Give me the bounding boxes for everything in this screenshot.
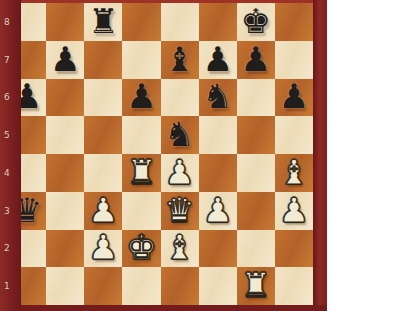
square-b8[interactable] — [46, 3, 84, 41]
square-e1[interactable] — [161, 267, 199, 305]
chess-board: ♜♚♟♝♟♟♟♟♞♟♞♜♟♝♛♟♛♟♟♟♚♝♜ 87654321 — [0, 0, 327, 311]
square-c8[interactable]: ♜ — [84, 3, 122, 41]
square-d5[interactable] — [122, 116, 160, 154]
square-e8[interactable] — [161, 3, 199, 41]
square-f4[interactable] — [199, 154, 237, 192]
board-frame-left: 87654321 — [0, 0, 21, 311]
piece-black-king-g8[interactable]: ♚ — [241, 4, 271, 38]
square-d4[interactable]: ♜ — [122, 154, 160, 192]
square-d6[interactable]: ♟ — [122, 79, 160, 117]
rank-label-3: 3 — [0, 192, 21, 230]
piece-white-bishop-e2[interactable]: ♝ — [164, 230, 194, 264]
square-g1[interactable]: ♜ — [237, 267, 275, 305]
square-g8[interactable]: ♚ — [237, 3, 275, 41]
square-b1[interactable] — [46, 267, 84, 305]
piece-white-rook-g1[interactable]: ♜ — [241, 268, 271, 302]
square-c2[interactable]: ♟ — [84, 230, 122, 268]
square-c1[interactable] — [84, 267, 122, 305]
piece-black-pawn-f7[interactable]: ♟ — [202, 42, 232, 76]
piece-black-pawn-b7[interactable]: ♟ — [50, 42, 80, 76]
piece-black-rook-c8[interactable]: ♜ — [88, 4, 118, 38]
square-h2[interactable] — [275, 230, 313, 268]
square-f8[interactable] — [199, 3, 237, 41]
piece-white-pawn-c3[interactable]: ♟ — [88, 193, 118, 227]
piece-black-pawn-g7[interactable]: ♟ — [241, 42, 271, 76]
rank-label-5: 5 — [0, 116, 21, 154]
piece-black-pawn-d6[interactable]: ♟ — [126, 79, 156, 113]
square-h4[interactable]: ♝ — [275, 154, 313, 192]
board-frame-top — [0, 0, 327, 3]
square-h1[interactable] — [275, 267, 313, 305]
piece-white-rook-d4[interactable]: ♜ — [126, 155, 156, 189]
square-g5[interactable] — [237, 116, 275, 154]
square-e5[interactable]: ♞ — [161, 116, 199, 154]
square-h8[interactable] — [275, 3, 313, 41]
square-b2[interactable] — [46, 230, 84, 268]
square-e2[interactable]: ♝ — [161, 230, 199, 268]
square-g4[interactable] — [237, 154, 275, 192]
square-f7[interactable]: ♟ — [199, 41, 237, 79]
square-b3[interactable] — [46, 192, 84, 230]
square-f2[interactable] — [199, 230, 237, 268]
piece-white-pawn-h3[interactable]: ♟ — [279, 193, 309, 227]
square-b4[interactable] — [46, 154, 84, 192]
piece-white-bishop-h4[interactable]: ♝ — [279, 155, 309, 189]
square-c5[interactable] — [84, 116, 122, 154]
square-c7[interactable] — [84, 41, 122, 79]
square-c4[interactable] — [84, 154, 122, 192]
square-d2[interactable]: ♚ — [122, 230, 160, 268]
rank-labels: 87654321 — [0, 3, 21, 305]
square-g7[interactable]: ♟ — [237, 41, 275, 79]
piece-white-pawn-e4[interactable]: ♟ — [164, 155, 194, 189]
rank-label-2: 2 — [0, 230, 21, 268]
rank-label-6: 6 — [0, 79, 21, 117]
piece-black-pawn-h6[interactable]: ♟ — [279, 79, 309, 113]
square-e6[interactable] — [161, 79, 199, 117]
square-b7[interactable]: ♟ — [46, 41, 84, 79]
square-g2[interactable] — [237, 230, 275, 268]
piece-black-knight-f6[interactable]: ♞ — [202, 79, 232, 113]
piece-white-pawn-f3[interactable]: ♟ — [202, 193, 232, 227]
square-f5[interactable] — [199, 116, 237, 154]
rank-label-4: 4 — [0, 154, 21, 192]
square-c3[interactable]: ♟ — [84, 192, 122, 230]
rank-label-7: 7 — [0, 41, 21, 79]
piece-black-bishop-e7[interactable]: ♝ — [164, 42, 194, 76]
rank-label-1: 1 — [0, 267, 21, 305]
square-c6[interactable] — [84, 79, 122, 117]
square-d1[interactable] — [122, 267, 160, 305]
square-b5[interactable] — [46, 116, 84, 154]
square-e7[interactable]: ♝ — [161, 41, 199, 79]
board-frame-bottom — [0, 305, 327, 311]
square-e4[interactable]: ♟ — [161, 154, 199, 192]
square-g6[interactable] — [237, 79, 275, 117]
board-squares: ♜♚♟♝♟♟♟♟♞♟♞♜♟♝♛♟♛♟♟♟♚♝♜ — [8, 3, 313, 305]
square-f6[interactable]: ♞ — [199, 79, 237, 117]
square-h7[interactable] — [275, 41, 313, 79]
square-f3[interactable]: ♟ — [199, 192, 237, 230]
square-b6[interactable] — [46, 79, 84, 117]
piece-white-queen-e3[interactable]: ♛ — [164, 193, 194, 227]
square-h5[interactable] — [275, 116, 313, 154]
square-f1[interactable] — [199, 267, 237, 305]
rank-label-8: 8 — [0, 3, 21, 41]
piece-black-knight-e5[interactable]: ♞ — [164, 117, 194, 151]
square-d7[interactable] — [122, 41, 160, 79]
square-d3[interactable] — [122, 192, 160, 230]
square-g3[interactable] — [237, 192, 275, 230]
piece-white-king-d2[interactable]: ♚ — [126, 230, 156, 264]
square-d8[interactable] — [122, 3, 160, 41]
piece-white-pawn-c2[interactable]: ♟ — [88, 230, 118, 264]
square-h3[interactable]: ♟ — [275, 192, 313, 230]
square-h6[interactable]: ♟ — [275, 79, 313, 117]
board-frame-right — [313, 0, 327, 311]
square-e3[interactable]: ♛ — [161, 192, 199, 230]
